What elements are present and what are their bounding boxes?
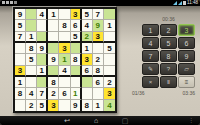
sudoku-cell-r4c1[interactable] [15, 43, 26, 54]
sudoku-cell-r5c1[interactable] [15, 54, 26, 65]
sudoku-cell-r2c6[interactable]: 6 [71, 20, 82, 31]
keypad-button-4[interactable]: 4 [142, 37, 159, 49]
sudoku-cell-r6c1[interactable]: 3 [15, 66, 26, 77]
pencil-button[interactable]: ✎ [142, 63, 159, 75]
home-button[interactable]: ⌂ [91, 116, 101, 125]
sudoku-cell-r6c8[interactable]: 8 [93, 66, 104, 77]
sudoku-cell-r1c3[interactable]: 4 [37, 9, 48, 20]
sudoku-cell-r9c2[interactable]: 2 [26, 100, 37, 111]
sudoku-cell-r4c7[interactable]: 1 [82, 43, 93, 54]
sudoku-cell-r3c2[interactable]: 1 [26, 32, 37, 43]
sudoku-cell-r3c9[interactable] [104, 32, 115, 43]
pause-button[interactable]: Ⅱ [160, 76, 177, 88]
notification-icon [6, 1, 9, 4]
sudoku-cell-r2c3[interactable] [37, 20, 48, 31]
sudoku-cell-r8c8[interactable] [93, 88, 104, 99]
sudoku-cell-r5c5[interactable]: 1 [59, 54, 70, 65]
sudoku-cell-r3c1[interactable]: 7 [15, 32, 26, 43]
sudoku-cell-r6c5[interactable]: 4 [59, 66, 70, 77]
signal-icon [178, 1, 182, 5]
sudoku-app-screen: 11:48 9413575864917152389315591832314681… [0, 0, 200, 125]
sudoku-cell-r4c9[interactable]: 5 [104, 43, 115, 54]
sudoku-cell-r5c8[interactable]: 2 [93, 54, 104, 65]
keypad-button-2[interactable]: 2 [160, 24, 177, 36]
sudoku-cell-r1c2[interactable] [26, 9, 37, 20]
sudoku-cell-r1c5[interactable] [59, 9, 70, 20]
sudoku-cell-r9c1[interactable] [15, 100, 26, 111]
hint-button[interactable]: ? [160, 63, 177, 75]
keypad-button-1[interactable]: 1 [142, 24, 159, 36]
sudoku-cell-r2c9[interactable]: 1 [104, 20, 115, 31]
sudoku-cell-r5c2[interactable]: 5 [26, 54, 37, 65]
sudoku-cell-r7c1[interactable]: 1 [15, 77, 26, 88]
clear-button[interactable]: × [142, 76, 159, 88]
sudoku-cell-r6c7[interactable]: 6 [82, 66, 93, 77]
menu-button[interactable]: ≡ [178, 76, 195, 88]
counter-left: 01/36 [132, 90, 145, 96]
sudoku-cell-r7c4[interactable]: 8 [48, 77, 59, 88]
sudoku-cell-r1c7[interactable]: 5 [82, 9, 93, 20]
sudoku-cell-r8c1[interactable]: 8 [15, 88, 26, 99]
sudoku-cell-r8c2[interactable]: 4 [26, 88, 37, 99]
sudoku-cell-r6c4[interactable] [48, 66, 59, 77]
sudoku-cell-r7c5[interactable] [59, 77, 70, 88]
keypad-button-7[interactable]: 7 [142, 50, 159, 62]
android-nav-bar: ↩ ⌂ ▢ ⋮ [0, 116, 200, 125]
sudoku-cell-r2c7[interactable]: 4 [82, 20, 93, 31]
recents-button[interactable]: ▢ [120, 116, 130, 125]
sudoku-board: 9413575864917152389315591832314681862847… [13, 7, 117, 113]
sudoku-cell-r3c6[interactable]: 5 [71, 32, 82, 43]
sudoku-cell-r9c8[interactable]: 1 [93, 100, 104, 111]
sudoku-cell-r3c7[interactable]: 2 [82, 32, 93, 43]
sudoku-cell-r7c8[interactable]: 6 [93, 77, 104, 88]
sudoku-cell-r6c9[interactable] [104, 66, 115, 77]
sudoku-cell-r4c6[interactable] [71, 43, 82, 54]
sudoku-cell-r9c5[interactable] [59, 100, 70, 111]
sudoku-cell-r4c5[interactable]: 3 [59, 43, 70, 54]
counter-right: 03:36 [170, 90, 195, 96]
sudoku-cell-r1c9[interactable] [104, 9, 115, 20]
sudoku-cell-r5c9[interactable] [104, 54, 115, 65]
eraser-button[interactable]: ▱ [178, 63, 195, 75]
sudoku-cell-r8c7[interactable] [82, 88, 93, 99]
sudoku-cell-r5c4[interactable]: 9 [48, 54, 59, 65]
sudoku-cell-r8c3[interactable]: 7 [37, 88, 48, 99]
sudoku-cell-r6c3[interactable]: 1 [37, 66, 48, 77]
notification-icon [2, 1, 5, 4]
sudoku-cell-r9c3[interactable]: 5 [37, 100, 48, 111]
sudoku-cell-r4c3[interactable]: 9 [37, 43, 48, 54]
sudoku-cell-r4c4[interactable] [48, 43, 59, 54]
notification-icon [10, 1, 13, 4]
sudoku-cell-r4c8[interactable] [93, 43, 104, 54]
keypad-button-3[interactable]: 3 [178, 24, 195, 36]
number-keypad: 123456789✎?▱×Ⅱ≡ [142, 24, 195, 88]
sudoku-cell-r2c2[interactable] [26, 20, 37, 31]
sudoku-cell-r9c6[interactable]: 9 [71, 100, 82, 111]
keypad-button-6[interactable]: 6 [178, 37, 195, 49]
status-time: 11:48 [187, 1, 198, 5]
sudoku-cell-r1c4[interactable]: 1 [48, 9, 59, 20]
sudoku-cell-r2c4[interactable] [48, 20, 59, 31]
sudoku-cell-r3c4[interactable] [48, 32, 59, 43]
sudoku-cell-r7c7[interactable] [82, 77, 93, 88]
keypad-button-5[interactable]: 5 [160, 37, 177, 49]
sudoku-cell-r2c1[interactable]: 5 [15, 20, 26, 31]
sudoku-cell-r8c5[interactable]: 6 [59, 88, 70, 99]
menu-button[interactable]: ⋮ [186, 116, 196, 125]
sudoku-cell-r4c2[interactable]: 8 [26, 43, 37, 54]
sudoku-cell-r5c3[interactable] [37, 54, 48, 65]
sudoku-cell-r7c9[interactable]: 2 [104, 77, 115, 88]
sudoku-cell-r8c4[interactable]: 2 [48, 88, 59, 99]
game-timer: 00:36 [142, 16, 195, 22]
status-icons: 11:48 [173, 1, 198, 5]
sudoku-cell-r1c8[interactable]: 7 [93, 9, 104, 20]
sudoku-cell-r7c2[interactable] [26, 77, 37, 88]
sudoku-cell-r9c9[interactable]: 4 [104, 100, 115, 111]
sudoku-cell-r5c7[interactable]: 3 [82, 54, 93, 65]
sudoku-cell-r7c3[interactable] [37, 77, 48, 88]
sudoku-cell-r8c6[interactable]: 1 [71, 88, 82, 99]
wifi-icon [173, 1, 177, 5]
sudoku-cell-r9c4[interactable]: 3 [48, 100, 59, 111]
sudoku-cell-r6c2[interactable] [26, 66, 37, 77]
sudoku-cell-r3c3[interactable] [37, 32, 48, 43]
sudoku-cell-r1c1[interactable]: 9 [15, 9, 26, 20]
sudoku-cell-r6c6[interactable] [71, 66, 82, 77]
sudoku-cell-r3c8[interactable]: 3 [93, 32, 104, 43]
sudoku-cell-r2c5[interactable]: 8 [59, 20, 70, 31]
sudoku-cell-r3c5[interactable] [59, 32, 70, 43]
sudoku-cell-r7c6[interactable] [71, 77, 82, 88]
keypad-button-9[interactable]: 9 [178, 50, 195, 62]
sudoku-cell-r2c8[interactable]: 9 [93, 20, 104, 31]
sudoku-cell-r8c9[interactable]: 3 [104, 88, 115, 99]
sudoku-cell-r1c6[interactable]: 3 [71, 9, 82, 20]
notification-icon [14, 1, 17, 4]
sudoku-cell-r5c6[interactable]: 8 [71, 54, 82, 65]
battery-icon [183, 1, 186, 5]
keypad-button-8[interactable]: 8 [160, 50, 177, 62]
sudoku-cell-r9c7[interactable]: 8 [82, 100, 93, 111]
back-button[interactable]: ↩ [62, 116, 72, 125]
